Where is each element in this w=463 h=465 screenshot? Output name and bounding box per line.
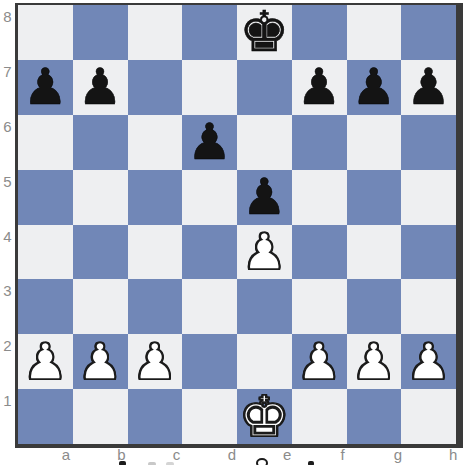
square-g3[interactable] <box>347 279 402 334</box>
square-h8[interactable] <box>401 5 456 60</box>
black-pawn[interactable]: ♟ <box>351 60 396 114</box>
square-g8[interactable] <box>347 5 402 60</box>
square-e6[interactable] <box>237 115 292 170</box>
square-a4[interactable] <box>18 225 73 280</box>
square-a1[interactable] <box>18 389 73 444</box>
square-h3[interactable] <box>401 279 456 334</box>
chess-diagram-page: ♚♟♟♟♟♟♟♟♟♟♟♟♟♟♟♚ 87654321 abcdefgh <box>0 0 463 465</box>
square-d2[interactable] <box>182 334 237 389</box>
square-c6[interactable] <box>128 115 183 170</box>
square-d5[interactable] <box>182 170 237 225</box>
square-c2[interactable]: ♟ <box>128 334 183 389</box>
clipped-text-fragment <box>256 458 268 465</box>
square-a7[interactable]: ♟ <box>18 60 73 115</box>
file-label-g: g <box>386 446 410 464</box>
square-d4[interactable] <box>182 225 237 280</box>
square-h5[interactable] <box>401 170 456 225</box>
square-b7[interactable]: ♟ <box>73 60 128 115</box>
square-f4[interactable] <box>292 225 347 280</box>
black-pawn[interactable]: ♟ <box>78 60 123 114</box>
square-b1[interactable] <box>73 389 128 444</box>
black-pawn[interactable]: ♟ <box>242 170 287 224</box>
clipped-text-fragment <box>308 461 314 465</box>
black-pawn[interactable]: ♟ <box>297 60 342 114</box>
rank-label-3: 3 <box>0 282 15 299</box>
square-f6[interactable] <box>292 115 347 170</box>
square-e7[interactable] <box>237 60 292 115</box>
square-g4[interactable] <box>347 225 402 280</box>
square-e8[interactable]: ♚ <box>237 5 292 60</box>
square-f1[interactable] <box>292 389 347 444</box>
square-g7[interactable]: ♟ <box>347 60 402 115</box>
white-pawn[interactable]: ♟ <box>351 335 396 389</box>
black-pawn[interactable]: ♟ <box>406 60 451 114</box>
square-b4[interactable] <box>73 225 128 280</box>
square-a8[interactable] <box>18 5 73 60</box>
white-pawn[interactable]: ♟ <box>78 335 123 389</box>
square-d3[interactable] <box>182 279 237 334</box>
square-a3[interactable] <box>18 279 73 334</box>
square-d7[interactable] <box>182 60 237 115</box>
square-f7[interactable]: ♟ <box>292 60 347 115</box>
square-h2[interactable]: ♟ <box>401 334 456 389</box>
rank-label-6: 6 <box>0 118 15 135</box>
file-label-h: h <box>441 446 463 464</box>
rank-label-8: 8 <box>0 8 15 25</box>
square-f2[interactable]: ♟ <box>292 334 347 389</box>
square-a6[interactable] <box>18 115 73 170</box>
square-b2[interactable]: ♟ <box>73 334 128 389</box>
square-g2[interactable]: ♟ <box>347 334 402 389</box>
square-a5[interactable] <box>18 170 73 225</box>
square-e4[interactable]: ♟ <box>237 225 292 280</box>
square-b8[interactable] <box>73 5 128 60</box>
square-b5[interactable] <box>73 170 128 225</box>
square-h4[interactable] <box>401 225 456 280</box>
white-pawn[interactable]: ♟ <box>242 225 287 279</box>
square-g6[interactable] <box>347 115 402 170</box>
file-label-e: e <box>275 446 299 464</box>
black-pawn[interactable]: ♟ <box>187 115 232 169</box>
square-b6[interactable] <box>73 115 128 170</box>
square-b3[interactable] <box>73 279 128 334</box>
square-f8[interactable] <box>292 5 347 60</box>
white-pawn[interactable]: ♟ <box>406 335 451 389</box>
square-c1[interactable] <box>128 389 183 444</box>
square-h6[interactable] <box>401 115 456 170</box>
chess-board-grid: ♚♟♟♟♟♟♟♟♟♟♟♟♟♟♟♚ <box>18 5 456 444</box>
square-a2[interactable]: ♟ <box>18 334 73 389</box>
square-e2[interactable] <box>237 334 292 389</box>
square-d8[interactable] <box>182 5 237 60</box>
rank-label-1: 1 <box>0 392 15 409</box>
square-f5[interactable] <box>292 170 347 225</box>
square-c3[interactable] <box>128 279 183 334</box>
rank-label-4: 4 <box>0 228 15 245</box>
square-h1[interactable] <box>401 389 456 444</box>
white-pawn[interactable]: ♟ <box>23 335 68 389</box>
file-label-d: d <box>220 446 244 464</box>
white-pawn[interactable]: ♟ <box>297 335 342 389</box>
black-king[interactable]: ♚ <box>239 5 289 59</box>
white-king[interactable]: ♚ <box>239 390 289 444</box>
file-label-a: a <box>54 446 78 464</box>
square-c8[interactable] <box>128 5 183 60</box>
square-c4[interactable] <box>128 225 183 280</box>
square-d1[interactable] <box>182 389 237 444</box>
white-pawn[interactable]: ♟ <box>132 335 177 389</box>
square-g5[interactable] <box>347 170 402 225</box>
square-c5[interactable] <box>128 170 183 225</box>
rank-label-5: 5 <box>0 173 15 190</box>
square-c7[interactable] <box>128 60 183 115</box>
rank-label-2: 2 <box>0 337 15 354</box>
square-e3[interactable] <box>237 279 292 334</box>
clipped-text-fragment <box>119 461 126 465</box>
rank-label-7: 7 <box>0 63 15 80</box>
square-d6[interactable]: ♟ <box>182 115 237 170</box>
square-h7[interactable]: ♟ <box>401 60 456 115</box>
file-label-f: f <box>331 446 355 464</box>
square-g1[interactable] <box>347 389 402 444</box>
square-e1[interactable]: ♚ <box>237 389 292 444</box>
square-f3[interactable] <box>292 279 347 334</box>
square-e5[interactable]: ♟ <box>237 170 292 225</box>
black-pawn[interactable]: ♟ <box>23 60 68 114</box>
chess-board: ♚♟♟♟♟♟♟♟♟♟♟♟♟♟♟♚ <box>15 3 463 448</box>
